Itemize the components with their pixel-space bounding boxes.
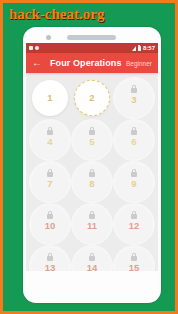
- lock-icon: [131, 172, 137, 177]
- page-frame: hack-cheat.org 8:57 ← Four Operations Be…: [0, 0, 178, 314]
- lock-icon: [89, 172, 95, 177]
- level-circle-1[interactable]: 1: [32, 80, 68, 116]
- level-number: 13: [45, 263, 56, 271]
- level-number: 14: [87, 263, 98, 271]
- speaker-icon: [67, 35, 116, 40]
- level-number: 7: [47, 179, 52, 189]
- level-number: 3: [131, 95, 136, 105]
- level-select-content: 123456789101112131415: [26, 73, 158, 271]
- back-icon[interactable]: ←: [32, 58, 42, 68]
- level-number: 9: [131, 179, 136, 189]
- notification-icon: [29, 46, 33, 50]
- signal-icon: [132, 46, 136, 51]
- level-circle-7[interactable]: 7: [32, 164, 68, 200]
- level-circle-3[interactable]: 3: [116, 80, 152, 116]
- status-bar: 8:57: [26, 43, 158, 53]
- app-screen: 8:57 ← Four Operations Beginner 12345678…: [26, 43, 158, 271]
- level-number: 12: [129, 221, 140, 231]
- status-time: 8:57: [143, 45, 155, 51]
- lock-icon: [131, 214, 137, 219]
- level-grid: 123456789101112131415: [26, 73, 158, 271]
- lock-icon: [89, 214, 95, 219]
- level-circle-11[interactable]: 11: [74, 206, 110, 242]
- notification-icon: [35, 46, 39, 50]
- level-circle-6[interactable]: 6: [116, 122, 152, 158]
- level-circle-8[interactable]: 8: [74, 164, 110, 200]
- lock-icon: [89, 256, 95, 261]
- lock-icon: [131, 130, 137, 135]
- level-number: 6: [131, 137, 136, 147]
- lock-icon: [131, 88, 137, 93]
- level-circle-12[interactable]: 12: [116, 206, 152, 242]
- level-number: 8: [89, 179, 94, 189]
- level-number: 10: [45, 221, 56, 231]
- level-circle-10[interactable]: 10: [32, 206, 68, 242]
- level-circle-14[interactable]: 14: [74, 248, 110, 271]
- app-bar: ← Four Operations Beginner: [26, 53, 158, 73]
- difficulty-badge: Beginner: [126, 60, 152, 67]
- level-circle-13[interactable]: 13: [32, 248, 68, 271]
- level-circle-15[interactable]: 15: [116, 248, 152, 271]
- watermark-text: hack-cheat.org: [9, 6, 104, 23]
- level-number: 5: [89, 137, 94, 147]
- level-number: 1: [47, 93, 52, 103]
- level-number: 11: [87, 221, 97, 231]
- lock-icon: [47, 172, 53, 177]
- level-circle-9[interactable]: 9: [116, 164, 152, 200]
- level-circle-5[interactable]: 5: [74, 122, 110, 158]
- page-title: Four Operations: [50, 58, 122, 68]
- level-number: 4: [47, 137, 52, 147]
- camera-icon: [46, 35, 51, 40]
- level-number: 2: [89, 93, 94, 103]
- battery-icon: [138, 46, 141, 51]
- level-circle-2[interactable]: 2: [74, 80, 110, 116]
- level-circle-4[interactable]: 4: [32, 122, 68, 158]
- lock-icon: [89, 130, 95, 135]
- lock-icon: [131, 256, 137, 261]
- lock-icon: [47, 256, 53, 261]
- lock-icon: [47, 130, 53, 135]
- phone-mockup: 8:57 ← Four Operations Beginner 12345678…: [23, 27, 161, 303]
- level-number: 15: [129, 263, 140, 271]
- lock-icon: [47, 214, 53, 219]
